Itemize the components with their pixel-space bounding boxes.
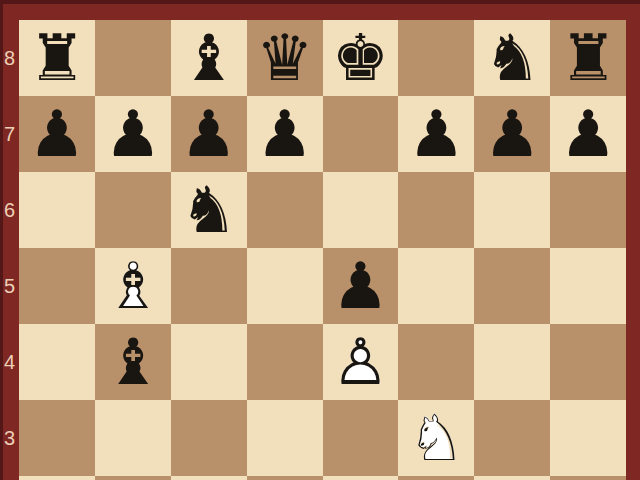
square-h2[interactable] <box>550 476 626 480</box>
square-e4[interactable]: ♟♙ <box>323 324 399 400</box>
rank-label-5: 5 <box>0 248 19 324</box>
square-d4[interactable] <box>247 324 323 400</box>
black-pawn[interactable]: ♟ <box>398 96 474 172</box>
square-c7[interactable]: ♟ <box>171 96 247 172</box>
square-b3[interactable] <box>95 400 171 476</box>
square-g2[interactable] <box>474 476 550 480</box>
square-f7[interactable]: ♟ <box>398 96 474 172</box>
square-f6[interactable] <box>398 172 474 248</box>
square-d2[interactable] <box>247 476 323 480</box>
rank-label-4: 4 <box>0 324 19 400</box>
rank-label-3: 3 <box>0 400 19 476</box>
square-c4[interactable] <box>171 324 247 400</box>
square-h3[interactable] <box>550 400 626 476</box>
square-f8[interactable] <box>398 20 474 96</box>
square-f2[interactable] <box>398 476 474 480</box>
square-h6[interactable] <box>550 172 626 248</box>
square-g3[interactable] <box>474 400 550 476</box>
square-e3[interactable] <box>323 400 399 476</box>
black-bishop[interactable]: ♝ <box>171 20 247 96</box>
square-c6[interactable]: ♞ <box>171 172 247 248</box>
square-c8[interactable]: ♝ <box>171 20 247 96</box>
square-g6[interactable] <box>474 172 550 248</box>
black-pawn[interactable]: ♟ <box>19 96 95 172</box>
square-e6[interactable] <box>323 172 399 248</box>
square-b4[interactable]: ♝ <box>95 324 171 400</box>
square-e5[interactable]: ♟ <box>323 248 399 324</box>
square-c5[interactable] <box>171 248 247 324</box>
white-bishop[interactable]: ♗ <box>95 248 171 324</box>
square-a6[interactable] <box>19 172 95 248</box>
white-pawn[interactable]: ♙ <box>323 324 399 400</box>
black-pawn[interactable]: ♟ <box>323 248 399 324</box>
square-d3[interactable] <box>247 400 323 476</box>
chess-app-window: 876543 ♜♝♛♚♞♜♟♟♟♟♟♟♟♞♝♗♟♝♟♙♞♘ <box>0 0 640 480</box>
square-g8[interactable]: ♞ <box>474 20 550 96</box>
black-pawn[interactable]: ♟ <box>247 96 323 172</box>
black-bishop[interactable]: ♝ <box>95 324 171 400</box>
square-b8[interactable] <box>95 20 171 96</box>
black-pawn[interactable]: ♟ <box>171 96 247 172</box>
square-b2[interactable] <box>95 476 171 480</box>
rank-coordinates: 876543 <box>0 0 19 480</box>
black-pawn[interactable]: ♟ <box>95 96 171 172</box>
square-a2[interactable] <box>19 476 95 480</box>
square-g5[interactable] <box>474 248 550 324</box>
square-h4[interactable] <box>550 324 626 400</box>
square-a3[interactable] <box>19 400 95 476</box>
square-e2[interactable] <box>323 476 399 480</box>
rank-label-6: 6 <box>0 172 19 248</box>
rank-label-8: 8 <box>0 20 19 96</box>
square-a5[interactable] <box>19 248 95 324</box>
black-pawn[interactable]: ♟ <box>550 96 626 172</box>
black-king[interactable]: ♚ <box>323 20 399 96</box>
square-c2[interactable] <box>171 476 247 480</box>
square-d7[interactable]: ♟ <box>247 96 323 172</box>
square-f5[interactable] <box>398 248 474 324</box>
square-a7[interactable]: ♟ <box>19 96 95 172</box>
black-pawn[interactable]: ♟ <box>474 96 550 172</box>
square-d5[interactable] <box>247 248 323 324</box>
square-h5[interactable] <box>550 248 626 324</box>
black-knight[interactable]: ♞ <box>171 172 247 248</box>
square-b6[interactable] <box>95 172 171 248</box>
square-a8[interactable]: ♜ <box>19 20 95 96</box>
black-queen[interactable]: ♛ <box>247 20 323 96</box>
rank-label-7: 7 <box>0 96 19 172</box>
chess-board[interactable]: ♜♝♛♚♞♜♟♟♟♟♟♟♟♞♝♗♟♝♟♙♞♘ <box>19 20 626 480</box>
square-d6[interactable] <box>247 172 323 248</box>
square-g4[interactable] <box>474 324 550 400</box>
square-b5[interactable]: ♝♗ <box>95 248 171 324</box>
square-f4[interactable] <box>398 324 474 400</box>
black-knight[interactable]: ♞ <box>474 20 550 96</box>
square-h7[interactable]: ♟ <box>550 96 626 172</box>
square-a4[interactable] <box>19 324 95 400</box>
square-h8[interactable]: ♜ <box>550 20 626 96</box>
black-rook[interactable]: ♜ <box>19 20 95 96</box>
black-rook[interactable]: ♜ <box>550 20 626 96</box>
square-c3[interactable] <box>171 400 247 476</box>
board-border-top-edge <box>0 0 640 4</box>
square-e8[interactable]: ♚ <box>323 20 399 96</box>
square-f3[interactable]: ♞♘ <box>398 400 474 476</box>
square-d8[interactable]: ♛ <box>247 20 323 96</box>
square-b7[interactable]: ♟ <box>95 96 171 172</box>
square-e7[interactable] <box>323 96 399 172</box>
square-g7[interactable]: ♟ <box>474 96 550 172</box>
white-knight[interactable]: ♘ <box>398 400 474 476</box>
